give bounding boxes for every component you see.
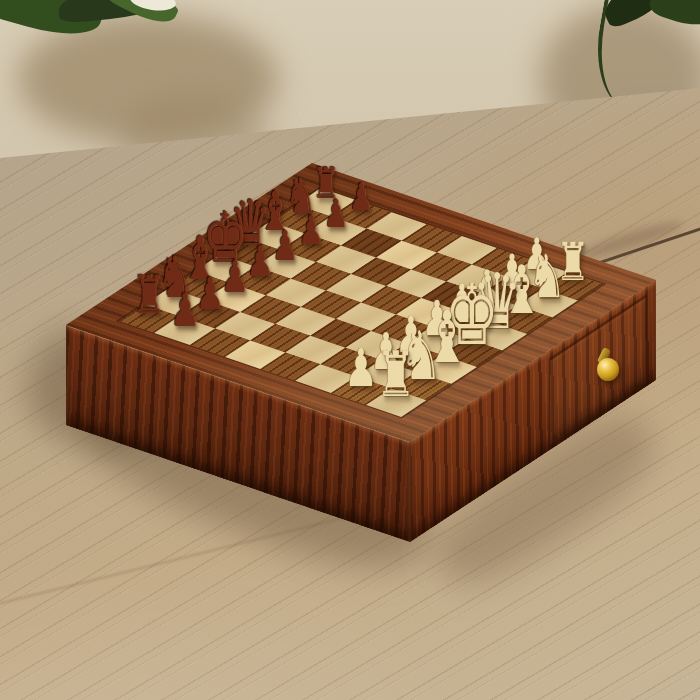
scene: ♜♞♝♛♚♝♞♜♟♟♟♟♟♟♟♟♟♟♟♟♟♟♟♟♜♞♝♛♚♝♞♜ (0, 0, 700, 700)
chess-piece-black-pawn-b7[interactable]: ♟ (323, 195, 348, 234)
pieces-layer: ♜♞♝♛♚♝♞♜♟♟♟♟♟♟♟♟♟♟♟♟♟♟♟♟♜♞♝♛♚♝♞♜ (0, 0, 700, 700)
chess-piece-black-pawn-f7[interactable]: ♟ (221, 257, 249, 300)
chess-piece-black-pawn-a7[interactable]: ♟ (349, 179, 373, 216)
chess-piece-black-pawn-e7[interactable]: ♟ (247, 241, 274, 283)
chess-piece-black-rook-h8[interactable]: ♜ (132, 269, 166, 321)
chess-piece-black-pawn-h7[interactable]: ♟ (170, 288, 200, 334)
chess-piece-black-pawn-c7[interactable]: ♟ (298, 210, 324, 250)
chess-piece-white-rook-h1[interactable]: ♜ (376, 344, 416, 407)
chess-piece-white-pawn-h2[interactable]: ♟ (344, 342, 377, 394)
chess-piece-black-pawn-d7[interactable]: ♟ (272, 226, 298, 267)
